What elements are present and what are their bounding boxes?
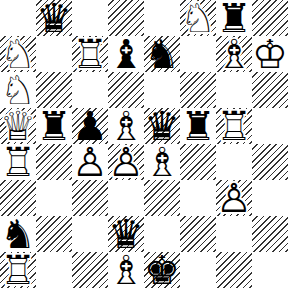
- square-g1[interactable]: [216, 252, 252, 288]
- white-bishop-e4: ♗: [144, 144, 180, 180]
- square-e6[interactable]: [144, 72, 180, 108]
- square-c8[interactable]: [72, 0, 108, 36]
- white-rook-a1: ♖: [0, 252, 36, 288]
- square-g4[interactable]: [216, 144, 252, 180]
- piece-halo: ♜: [216, 108, 252, 144]
- piece-halo: ♞: [0, 36, 36, 72]
- white-rook-c7: ♖: [72, 36, 108, 72]
- square-d3[interactable]: [108, 180, 144, 216]
- piece-halo: ♝: [108, 252, 144, 288]
- square-e5[interactable]: ♛: [144, 108, 180, 144]
- square-b5[interactable]: ♜: [36, 108, 72, 144]
- black-king-e1: ♚: [144, 252, 180, 288]
- black-queen-d2: ♛: [108, 216, 144, 252]
- square-c7[interactable]: ♜♖: [72, 36, 108, 72]
- piece-halo: ♝: [216, 36, 252, 72]
- square-h1[interactable]: [252, 252, 288, 288]
- white-queen-a5: ♕: [0, 108, 36, 144]
- white-pawn-d4: ♙: [108, 144, 144, 180]
- square-g3[interactable]: ♟♙: [216, 180, 252, 216]
- square-f6[interactable]: [180, 72, 216, 108]
- square-f8[interactable]: ♞♘: [180, 0, 216, 36]
- square-b4[interactable]: [36, 144, 72, 180]
- square-c6[interactable]: [72, 72, 108, 108]
- piece-halo: ♛: [0, 108, 36, 144]
- white-bishop-d1: ♗: [108, 252, 144, 288]
- square-a5[interactable]: ♛♕: [0, 108, 36, 144]
- square-g5[interactable]: ♜♖: [216, 108, 252, 144]
- black-rook-b5: ♜: [36, 108, 72, 144]
- black-queen-e5: ♛: [144, 108, 180, 144]
- white-rook-g5: ♖: [216, 108, 252, 144]
- piece-halo: ♟: [72, 144, 108, 180]
- square-h2[interactable]: [252, 216, 288, 252]
- square-b7[interactable]: [36, 36, 72, 72]
- white-knight-f8: ♘: [180, 0, 216, 36]
- square-f5[interactable]: ♜: [180, 108, 216, 144]
- square-c5[interactable]: ♟: [72, 108, 108, 144]
- square-h5[interactable]: [252, 108, 288, 144]
- square-e4[interactable]: ♝♗: [144, 144, 180, 180]
- square-d1[interactable]: ♝♗: [108, 252, 144, 288]
- square-g8[interactable]: ♜: [216, 0, 252, 36]
- black-knight-a2: ♞: [0, 216, 36, 252]
- piece-halo: ♜: [0, 252, 36, 288]
- black-queen-b8: ♛: [36, 0, 72, 36]
- square-c1[interactable]: [72, 252, 108, 288]
- square-d7[interactable]: ♝: [108, 36, 144, 72]
- square-f3[interactable]: [180, 180, 216, 216]
- piece-halo: ♜: [72, 36, 108, 72]
- square-b3[interactable]: [36, 180, 72, 216]
- black-knight-e7: ♞: [144, 36, 180, 72]
- black-bishop-d7: ♝: [108, 36, 144, 72]
- square-a8[interactable]: [0, 0, 36, 36]
- square-g2[interactable]: [216, 216, 252, 252]
- square-d6[interactable]: [108, 72, 144, 108]
- square-h6[interactable]: [252, 72, 288, 108]
- black-pawn-c5: ♟: [72, 108, 108, 144]
- piece-halo: ♜: [0, 144, 36, 180]
- square-h7[interactable]: ♚♔: [252, 36, 288, 72]
- square-c4[interactable]: ♟♙: [72, 144, 108, 180]
- square-e1[interactable]: ♚: [144, 252, 180, 288]
- square-f2[interactable]: [180, 216, 216, 252]
- square-b6[interactable]: [36, 72, 72, 108]
- white-knight-a6: ♘: [0, 72, 36, 108]
- square-f1[interactable]: [180, 252, 216, 288]
- piece-halo: ♝: [108, 108, 144, 144]
- square-b1[interactable]: [36, 252, 72, 288]
- square-e3[interactable]: [144, 180, 180, 216]
- black-rook-g8: ♜: [216, 0, 252, 36]
- square-f7[interactable]: [180, 36, 216, 72]
- white-rook-a4: ♖: [0, 144, 36, 180]
- square-g7[interactable]: ♝♗: [216, 36, 252, 72]
- white-bishop-d5: ♗: [108, 108, 144, 144]
- white-knight-a7: ♘: [0, 36, 36, 72]
- square-f4[interactable]: [180, 144, 216, 180]
- piece-halo: ♝: [144, 144, 180, 180]
- white-bishop-g7: ♗: [216, 36, 252, 72]
- square-c3[interactable]: [72, 180, 108, 216]
- square-d4[interactable]: ♟♙: [108, 144, 144, 180]
- piece-halo: ♚: [252, 36, 288, 72]
- piece-halo: ♟: [216, 180, 252, 216]
- square-d8[interactable]: [108, 0, 144, 36]
- square-e2[interactable]: [144, 216, 180, 252]
- square-d5[interactable]: ♝♗: [108, 108, 144, 144]
- square-c2[interactable]: [72, 216, 108, 252]
- piece-halo: ♞: [0, 72, 36, 108]
- square-a3[interactable]: [0, 180, 36, 216]
- square-h8[interactable]: [252, 0, 288, 36]
- square-a1[interactable]: ♜♖: [0, 252, 36, 288]
- piece-halo: ♞: [180, 0, 216, 36]
- square-e8[interactable]: [144, 0, 180, 36]
- black-rook-f5: ♜: [180, 108, 216, 144]
- white-pawn-g3: ♙: [216, 180, 252, 216]
- white-king-h7: ♔: [252, 36, 288, 72]
- piece-halo: ♟: [108, 144, 144, 180]
- square-d2[interactable]: ♛: [108, 216, 144, 252]
- square-e7[interactable]: ♞: [144, 36, 180, 72]
- square-a4[interactable]: ♜♖: [0, 144, 36, 180]
- square-a2[interactable]: ♞: [0, 216, 36, 252]
- square-h4[interactable]: [252, 144, 288, 180]
- square-b2[interactable]: [36, 216, 72, 252]
- white-pawn-c4: ♙: [72, 144, 108, 180]
- square-h3[interactable]: [252, 180, 288, 216]
- chess-board: ♛♞♘♜♞♘♜♖♝♞♝♗♚♔♞♘♛♕♜♟♝♗♛♜♜♖♜♖♟♙♟♙♝♗♟♙♞♛♜♖…: [0, 0, 288, 288]
- square-a6[interactable]: ♞♘: [0, 72, 36, 108]
- square-g6[interactable]: [216, 72, 252, 108]
- square-a7[interactable]: ♞♘: [0, 36, 36, 72]
- square-b8[interactable]: ♛: [36, 0, 72, 36]
